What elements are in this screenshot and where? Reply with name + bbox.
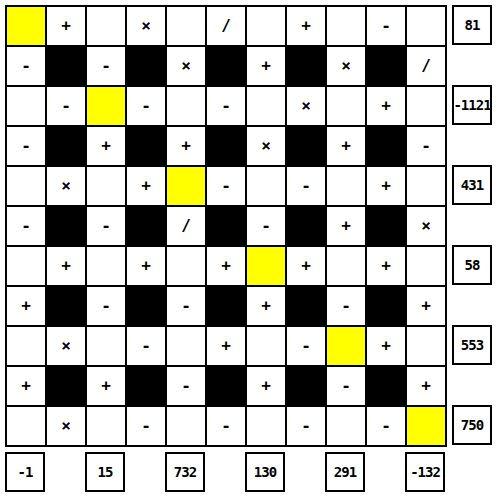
times-operator: ×: [167, 47, 205, 85]
row-target-3: 431: [452, 165, 492, 205]
number-cell-r3-c5[interactable]: [167, 87, 205, 125]
minus-operator: -: [7, 47, 45, 85]
plus-operator: +: [407, 287, 445, 325]
number-cell-r11-c1[interactable]: [7, 407, 45, 445]
number-cell-r7-c11[interactable]: [407, 247, 445, 285]
plus-operator: +: [287, 7, 325, 45]
row-target-5: 553: [452, 325, 492, 365]
puzzle-board: +×/+---×+×/---×+-++×+-×+--+--/-+×++++++-…: [5, 5, 447, 447]
minus-operator: -: [127, 87, 165, 125]
plus-operator: +: [207, 247, 245, 285]
block-cell: [367, 287, 405, 325]
number-cell-r5-c1[interactable]: [7, 167, 45, 205]
plus-operator: +: [127, 167, 165, 205]
col-target-2: 15: [85, 452, 125, 492]
number-cell-r11-c7[interactable]: [247, 407, 285, 445]
minus-operator: -: [287, 167, 325, 205]
number-cell-r1-c1-highlighted[interactable]: [7, 7, 45, 45]
times-operator: ×: [47, 407, 85, 445]
plus-operator: +: [7, 367, 45, 405]
plus-operator: +: [207, 327, 245, 365]
times-operator: ×: [287, 87, 325, 125]
number-cell-r9-c9-highlighted[interactable]: [327, 327, 365, 365]
block-cell: [287, 287, 325, 325]
row-targets-column: 81-112143158553750: [452, 5, 492, 445]
number-cell-r3-c11[interactable]: [407, 87, 445, 125]
col-target-5: 291: [325, 452, 365, 492]
plus-operator: +: [367, 87, 405, 125]
number-cell-r7-c3[interactable]: [87, 247, 125, 285]
col-targets-row: -115732130291-132: [5, 452, 445, 492]
times-operator: ×: [47, 327, 85, 365]
number-cell-r1-c11[interactable]: [407, 7, 445, 45]
plus-operator: +: [367, 327, 405, 365]
row-target-2: -1121: [452, 85, 492, 125]
plus-operator: +: [327, 207, 365, 245]
number-cell-r11-c11-highlighted[interactable]: [407, 407, 445, 445]
number-cell-r5-c11[interactable]: [407, 167, 445, 205]
number-cell-r5-c9[interactable]: [327, 167, 365, 205]
number-cell-r7-c5[interactable]: [167, 247, 205, 285]
times-operator: ×: [127, 7, 165, 45]
minus-operator: -: [247, 207, 285, 245]
block-cell: [287, 367, 325, 405]
minus-operator: -: [367, 407, 405, 445]
plus-operator: +: [247, 367, 285, 405]
times-operator: ×: [247, 127, 285, 165]
plus-operator: +: [287, 247, 325, 285]
number-cell-r3-c9[interactable]: [327, 87, 365, 125]
number-cell-r1-c5[interactable]: [167, 7, 205, 45]
number-cell-r11-c3[interactable]: [87, 407, 125, 445]
block-cell: [367, 127, 405, 165]
puzzle-stage: +×/+---×+×/---×+-++×+-×+--+--/-+×++++++-…: [0, 0, 500, 500]
number-cell-r11-c5[interactable]: [167, 407, 205, 445]
times-operator: ×: [327, 47, 365, 85]
plus-operator: +: [87, 127, 125, 165]
number-cell-r9-c7[interactable]: [247, 327, 285, 365]
block-cell: [367, 207, 405, 245]
number-cell-r11-c9[interactable]: [327, 407, 365, 445]
minus-operator: -: [207, 407, 245, 445]
block-cell: [47, 287, 85, 325]
block-cell: [367, 47, 405, 85]
number-cell-r3-c1[interactable]: [7, 87, 45, 125]
number-cell-r1-c7[interactable]: [247, 7, 285, 45]
plus-operator: +: [87, 367, 125, 405]
plus-operator: +: [47, 247, 85, 285]
plus-operator: +: [127, 247, 165, 285]
block-cell: [287, 47, 325, 85]
minus-operator: -: [7, 127, 45, 165]
block-cell: [47, 207, 85, 245]
minus-operator: -: [127, 407, 165, 445]
number-cell-r9-c5[interactable]: [167, 327, 205, 365]
minus-operator: -: [327, 367, 365, 405]
minus-operator: -: [287, 327, 325, 365]
number-cell-r3-c7[interactable]: [247, 87, 285, 125]
block-cell: [127, 47, 165, 85]
number-cell-r5-c5-highlighted[interactable]: [167, 167, 205, 205]
number-cell-r9-c1[interactable]: [7, 327, 45, 365]
row-target-6: 750: [452, 405, 492, 445]
plus-operator: +: [367, 167, 405, 205]
minus-operator: -: [127, 327, 165, 365]
minus-operator: -: [47, 87, 85, 125]
minus-operator: -: [87, 207, 125, 245]
col-target-3: 732: [165, 452, 205, 492]
minus-operator: -: [207, 167, 245, 205]
plus-operator: +: [247, 287, 285, 325]
minus-operator: -: [407, 127, 445, 165]
divide-operator: /: [407, 47, 445, 85]
block-cell: [127, 127, 165, 165]
block-cell: [367, 367, 405, 405]
block-cell: [207, 367, 245, 405]
block-cell: [127, 287, 165, 325]
minus-operator: -: [327, 287, 365, 325]
plus-operator: +: [7, 287, 45, 325]
number-cell-r1-c3[interactable]: [87, 7, 125, 45]
plus-operator: +: [407, 367, 445, 405]
number-cell-r5-c7[interactable]: [247, 167, 285, 205]
row-target-4: 58: [452, 245, 492, 285]
minus-operator: -: [7, 207, 45, 245]
minus-operator: -: [167, 367, 205, 405]
number-cell-r5-c3[interactable]: [87, 167, 125, 205]
block-cell: [127, 207, 165, 245]
minus-operator: -: [367, 7, 405, 45]
col-target-6: -132: [405, 452, 445, 492]
number-cell-r3-c3-highlighted[interactable]: [87, 87, 125, 125]
minus-operator: -: [87, 47, 125, 85]
col-target-1: -1: [5, 452, 45, 492]
block-cell: [207, 127, 245, 165]
minus-operator: -: [207, 87, 245, 125]
plus-operator: +: [327, 127, 365, 165]
block-cell: [207, 287, 245, 325]
block-cell: [127, 367, 165, 405]
divide-operator: /: [167, 207, 205, 245]
col-target-4: 130: [245, 452, 285, 492]
plus-operator: +: [367, 247, 405, 285]
number-cell-r7-c7-highlighted[interactable]: [247, 247, 285, 285]
plus-operator: +: [47, 7, 85, 45]
times-operator: ×: [47, 167, 85, 205]
number-cell-r9-c11[interactable]: [407, 327, 445, 365]
minus-operator: -: [287, 407, 325, 445]
block-cell: [207, 207, 245, 245]
block-cell: [207, 47, 245, 85]
number-cell-r1-c9[interactable]: [327, 7, 365, 45]
block-cell: [47, 367, 85, 405]
number-cell-r9-c3[interactable]: [87, 327, 125, 365]
divide-operator: /: [207, 7, 245, 45]
times-operator: ×: [407, 207, 445, 245]
row-target-1: 81: [452, 5, 492, 45]
minus-operator: -: [87, 287, 125, 325]
number-cell-r7-c1[interactable]: [7, 247, 45, 285]
block-cell: [47, 47, 85, 85]
block-cell: [287, 207, 325, 245]
block-cell: [287, 127, 325, 165]
number-cell-r7-c9[interactable]: [327, 247, 365, 285]
block-cell: [47, 127, 85, 165]
plus-operator: +: [247, 47, 285, 85]
plus-operator: +: [167, 127, 205, 165]
minus-operator: -: [167, 287, 205, 325]
